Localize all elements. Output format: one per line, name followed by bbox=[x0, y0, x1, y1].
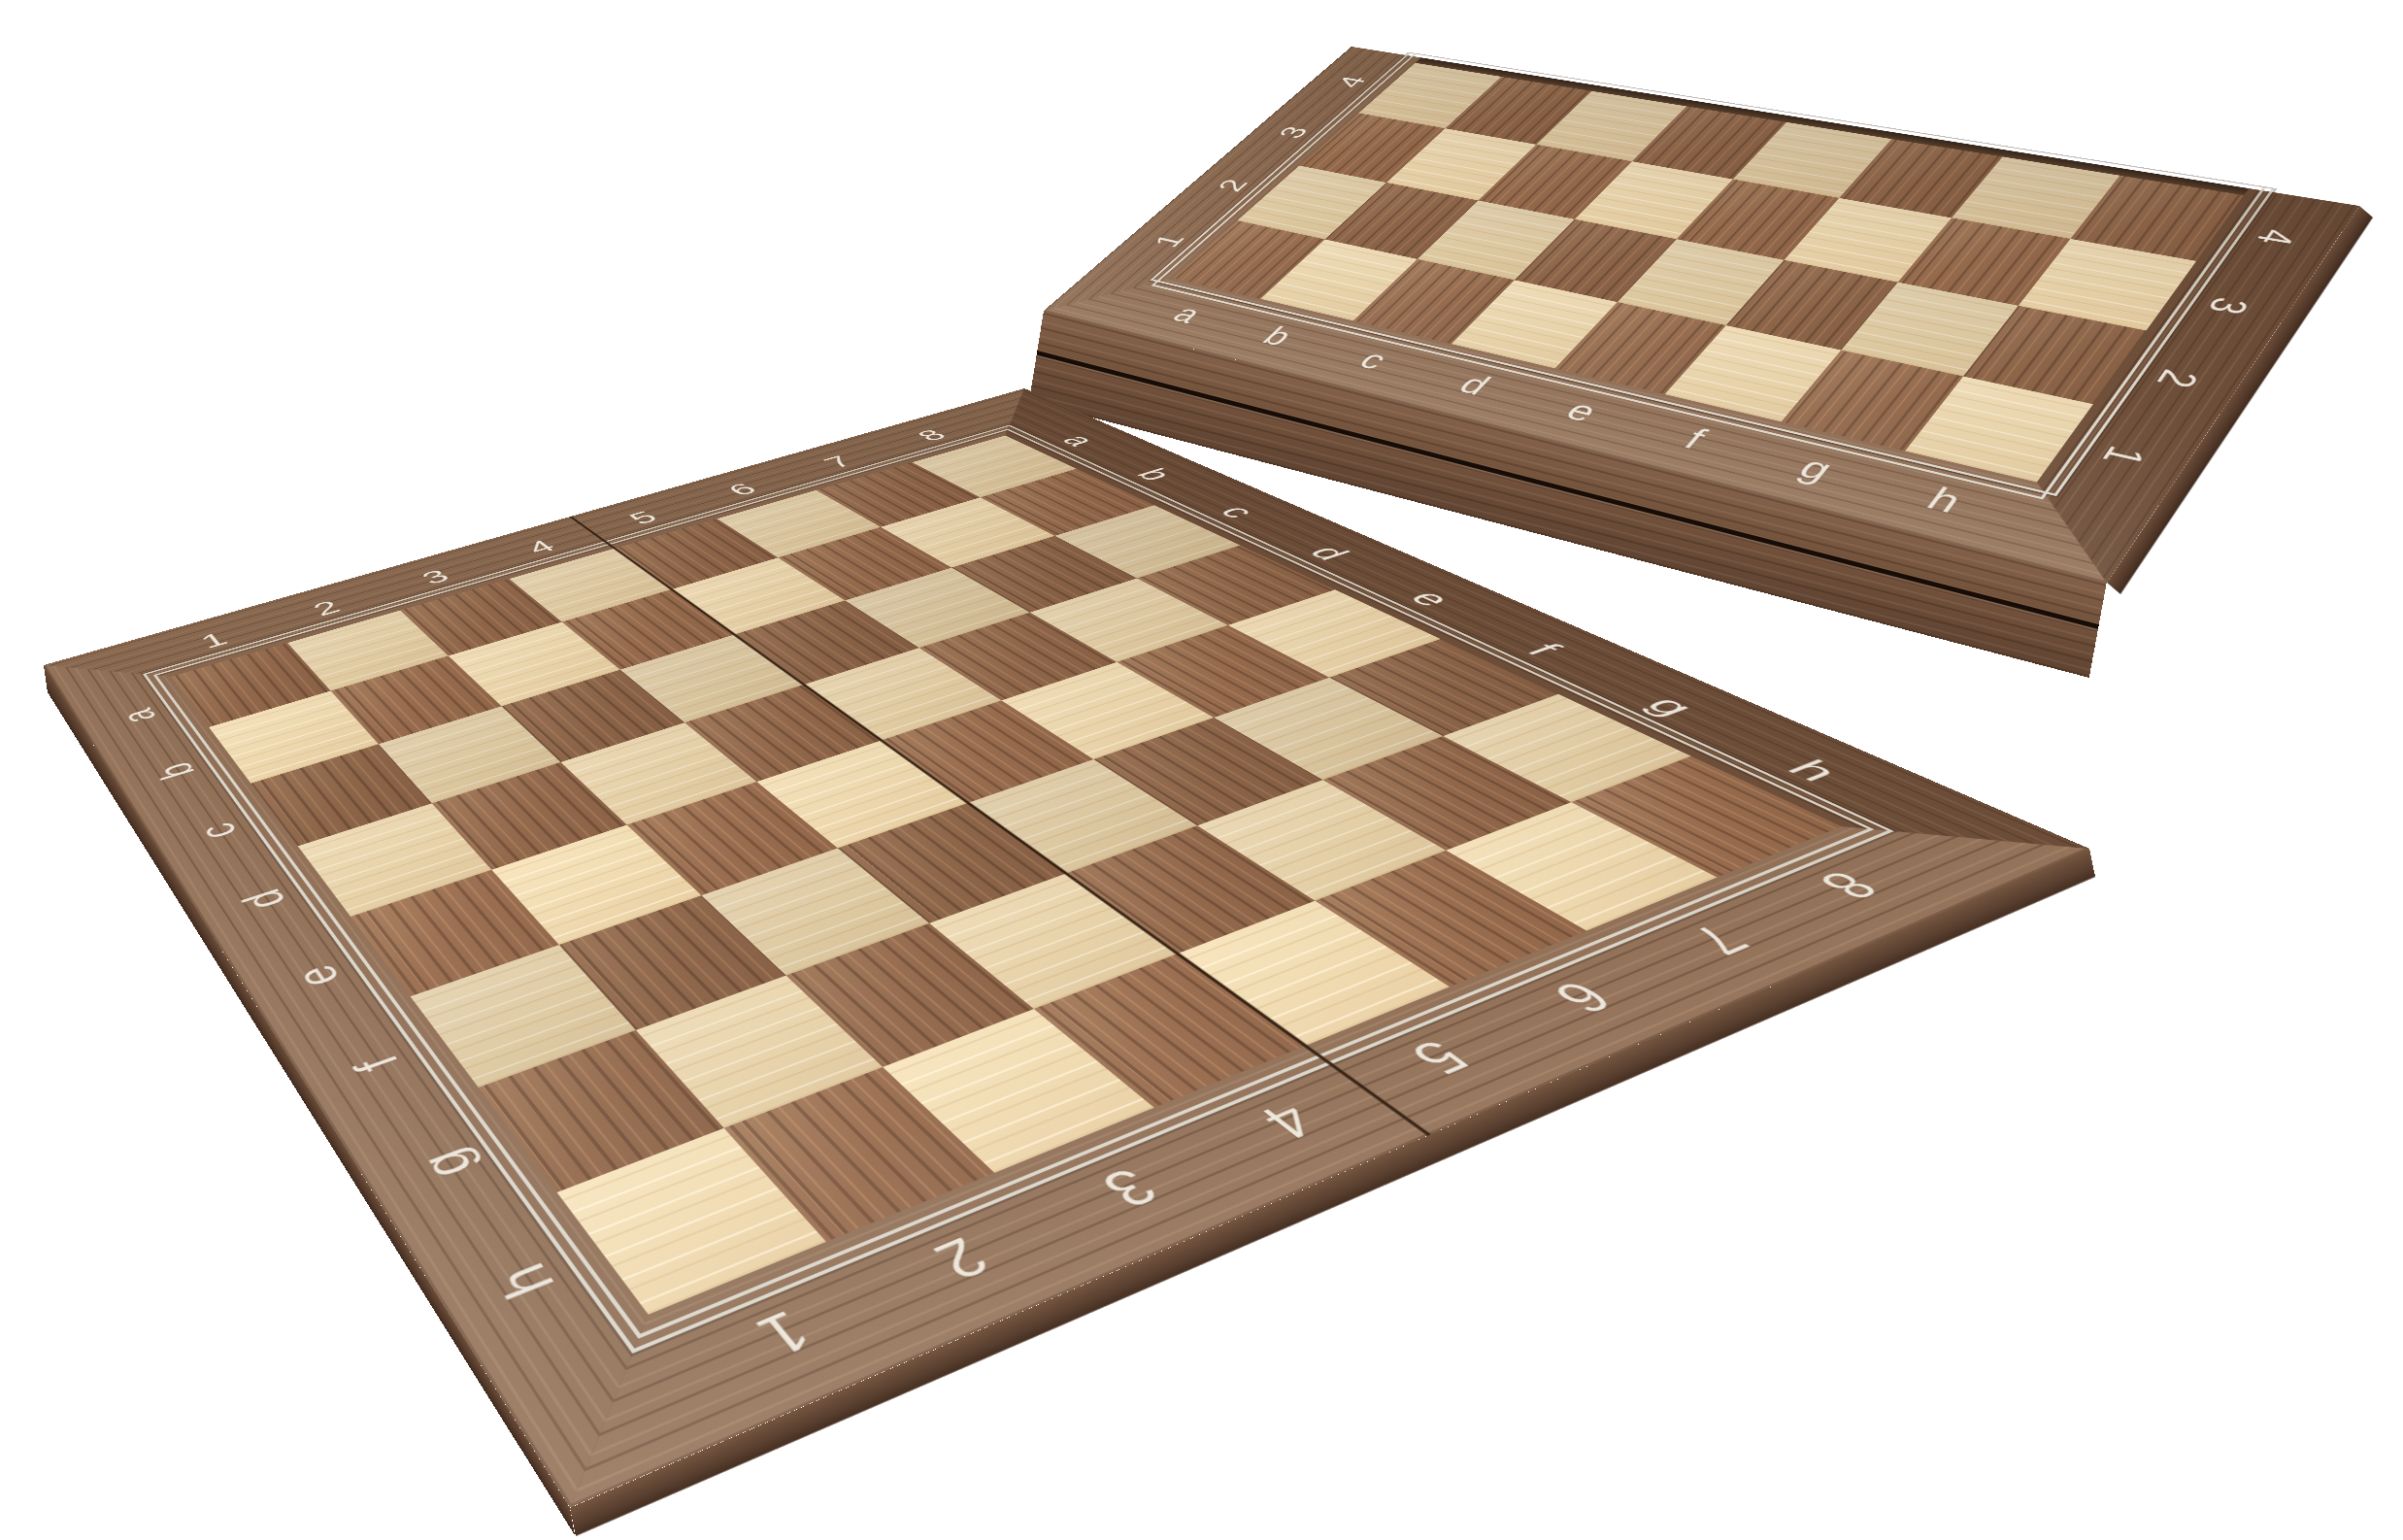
product-photo-stage: abcdefgh43214321 1234567812345678abcdefg… bbox=[0, 0, 2403, 1540]
